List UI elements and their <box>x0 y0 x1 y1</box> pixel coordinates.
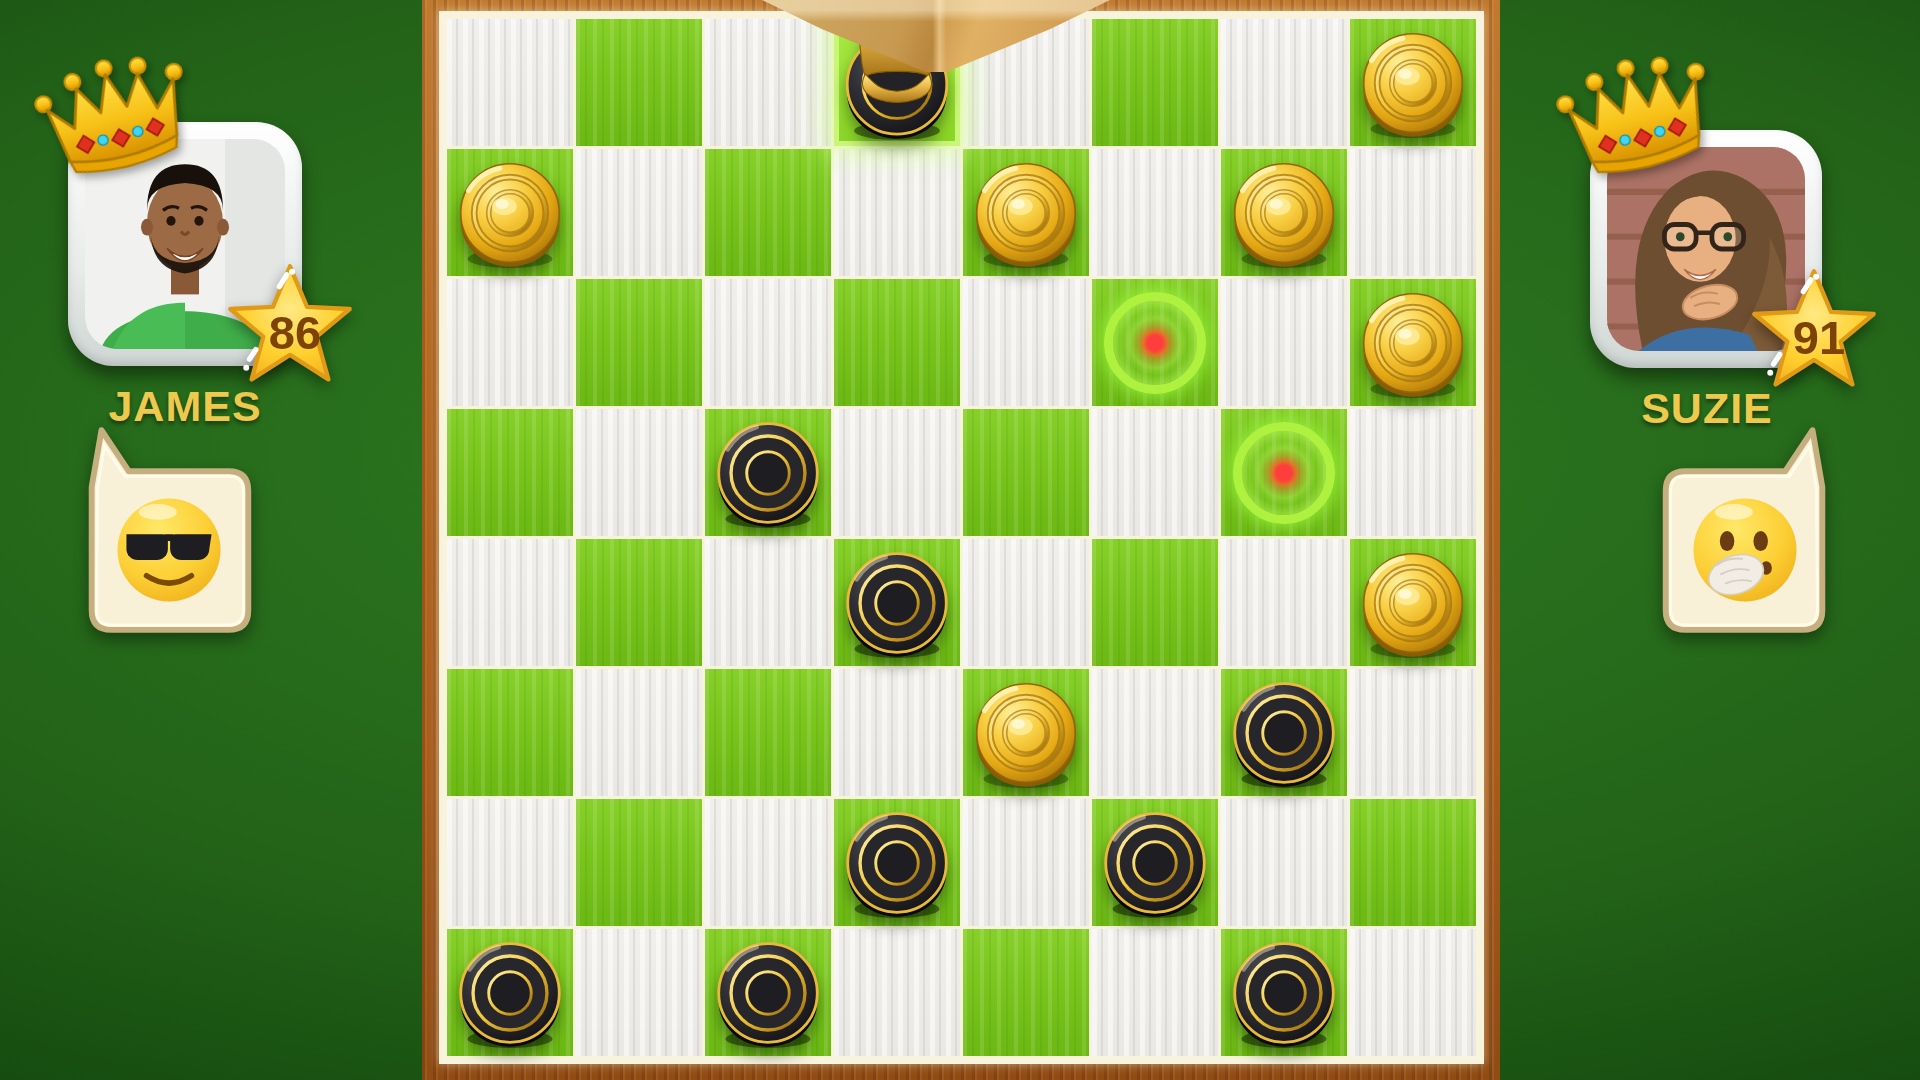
checkers-board <box>422 0 1500 1080</box>
square-r2c5[interactable] <box>1092 279 1218 406</box>
square-r5c3 <box>834 669 960 796</box>
square-r5c5 <box>1092 669 1218 796</box>
square-r4c3[interactable] <box>834 539 960 666</box>
square-r2c2 <box>705 279 831 406</box>
square-r1c6[interactable] <box>1221 149 1347 276</box>
gold-piece[interactable] <box>970 157 1082 269</box>
move-target-dot <box>1252 441 1316 505</box>
square-r6c1[interactable] <box>576 799 702 926</box>
square-r0c7[interactable] <box>1350 19 1476 146</box>
square-r3c7 <box>1350 409 1476 536</box>
star-badge-suzie: 91 <box>1750 262 1878 398</box>
move-target-dot <box>1123 311 1187 375</box>
square-r7c5 <box>1092 929 1218 1056</box>
square-r0c0 <box>447 19 573 146</box>
hand-over-mouth-emoji-icon <box>1689 494 1801 606</box>
square-r1c5 <box>1092 149 1218 276</box>
board-grid <box>447 19 1476 1056</box>
square-r0c6 <box>1221 19 1347 146</box>
gold-piece[interactable] <box>970 677 1082 789</box>
square-r4c1[interactable] <box>576 539 702 666</box>
square-r7c3 <box>834 929 960 1056</box>
square-r5c0[interactable] <box>447 669 573 796</box>
square-r4c0 <box>447 539 573 666</box>
gold-piece[interactable] <box>1357 27 1469 139</box>
square-r1c2[interactable] <box>705 149 831 276</box>
square-r2c1[interactable] <box>576 279 702 406</box>
square-r5c1 <box>576 669 702 796</box>
square-r7c1 <box>576 929 702 1056</box>
black-piece[interactable] <box>841 807 953 919</box>
square-r6c3[interactable] <box>834 799 960 926</box>
square-r3c2[interactable] <box>705 409 831 536</box>
black-piece[interactable] <box>454 937 566 1049</box>
black-piece[interactable] <box>712 417 824 529</box>
square-r2c7[interactable] <box>1350 279 1476 406</box>
square-r4c2 <box>705 539 831 666</box>
square-r5c7 <box>1350 669 1476 796</box>
square-r7c7 <box>1350 929 1476 1056</box>
board-trim <box>439 11 1484 1064</box>
square-r7c4[interactable] <box>963 929 1089 1056</box>
black-piece[interactable] <box>841 547 953 659</box>
gold-piece[interactable] <box>454 157 566 269</box>
square-r4c4 <box>963 539 1089 666</box>
square-r4c6 <box>1221 539 1347 666</box>
square-r1c3 <box>834 149 960 276</box>
square-r2c3[interactable] <box>834 279 960 406</box>
square-r1c4[interactable] <box>963 149 1089 276</box>
square-r2c6 <box>1221 279 1347 406</box>
gold-piece[interactable] <box>1228 157 1340 269</box>
square-r7c0[interactable] <box>447 929 573 1056</box>
square-r0c2 <box>705 19 831 146</box>
square-r6c2 <box>705 799 831 926</box>
square-r6c7[interactable] <box>1350 799 1476 926</box>
chat-bubble-suzie[interactable] <box>1652 422 1838 638</box>
star-badge-james: 86 <box>226 258 354 392</box>
square-r1c0[interactable] <box>447 149 573 276</box>
gold-piece[interactable] <box>1357 547 1469 659</box>
square-r5c4[interactable] <box>963 669 1089 796</box>
square-r2c4 <box>963 279 1089 406</box>
black-piece[interactable] <box>1099 807 1211 919</box>
square-r6c4 <box>963 799 1089 926</box>
game-screen: 86 JAMES <box>0 0 1920 1080</box>
square-r4c7[interactable] <box>1350 539 1476 666</box>
square-r2c0 <box>447 279 573 406</box>
square-r3c4[interactable] <box>963 409 1089 536</box>
square-r4c5[interactable] <box>1092 539 1218 666</box>
square-r6c6 <box>1221 799 1347 926</box>
square-r0c5[interactable] <box>1092 19 1218 146</box>
square-r0c1[interactable] <box>576 19 702 146</box>
rating-value-james: 86 <box>226 258 354 392</box>
move-target-marker[interactable] <box>1104 292 1206 394</box>
square-r7c2[interactable] <box>705 929 831 1056</box>
square-r5c6[interactable] <box>1221 669 1347 796</box>
black-piece[interactable] <box>712 937 824 1049</box>
square-r3c3 <box>834 409 960 536</box>
gold-piece[interactable] <box>1357 287 1469 399</box>
rating-value-suzie: 91 <box>1750 262 1878 398</box>
black-piece[interactable] <box>1228 937 1340 1049</box>
square-r1c1 <box>576 149 702 276</box>
square-r7c6[interactable] <box>1221 929 1347 1056</box>
square-r1c7 <box>1350 149 1476 276</box>
square-r6c5[interactable] <box>1092 799 1218 926</box>
square-r6c0 <box>447 799 573 926</box>
square-r5c2[interactable] <box>705 669 831 796</box>
chat-bubble-james[interactable] <box>76 422 262 638</box>
square-r3c5 <box>1092 409 1218 536</box>
black-piece[interactable] <box>1228 677 1340 789</box>
square-r3c1 <box>576 409 702 536</box>
square-r3c0[interactable] <box>447 409 573 536</box>
square-r3c6[interactable] <box>1221 409 1347 536</box>
sunglasses-emoji-icon <box>113 494 225 606</box>
move-target-marker[interactable] <box>1233 422 1335 524</box>
